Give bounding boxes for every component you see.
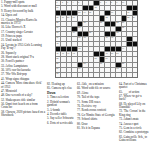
grid-cell: 9 <box>116 1 120 5</box>
across-clues-column-1: 1. Puppy-mill spots5. Word with discount… <box>1 1 45 118</box>
crossword-grid: 1234567891011121314151617181920212223242… <box>55 0 138 78</box>
clue-item: 73. Adam's mate <box>119 118 149 121</box>
black-cell <box>133 11 137 15</box>
cell-number: 1 <box>56 1 57 3</box>
down-clues: 1. Times selection2. Hybrid woman's garm… <box>47 96 74 125</box>
grid-cell: 50 <box>111 52 115 56</box>
clue-item: 15. Classics Monica Kartvelis marries in… <box>1 19 45 26</box>
grid-cell <box>83 1 87 5</box>
cell-number: 52 <box>56 57 58 59</box>
grid-cell <box>127 47 131 51</box>
clue-item: 24. Locata in 1955 Girls Learning Pay 'B… <box>1 44 45 51</box>
cell-number: 53 <box>94 57 96 59</box>
black-cell <box>61 11 65 15</box>
grid-cell <box>61 73 65 77</box>
grid-cell <box>67 73 71 77</box>
grid-cell: 47 <box>67 52 71 56</box>
grid-cell <box>111 16 115 20</box>
grid-cell <box>89 22 93 26</box>
cell-number: 11 <box>56 6 58 8</box>
grid-cell <box>89 16 93 20</box>
cell-number: 35 <box>89 31 91 33</box>
grid-cell: 37 <box>56 37 60 41</box>
grid-cell <box>94 68 98 72</box>
grid-cell <box>127 22 131 26</box>
grid-cell <box>122 32 126 36</box>
grid-cell: 48 <box>72 52 76 56</box>
grid-cell: 53 <box>94 57 98 61</box>
black-cell <box>105 11 109 15</box>
grid-cell <box>127 68 131 72</box>
grid-cell <box>94 37 98 41</box>
cell-number: 32 <box>122 26 124 28</box>
grid-cell <box>133 1 137 5</box>
grid-cell <box>67 22 71 26</box>
black-cell <box>100 52 104 56</box>
grid-cell: 41 <box>111 37 115 41</box>
cell-number: 26 <box>84 21 86 23</box>
grid-cell <box>67 68 71 72</box>
black-cell <box>89 6 93 10</box>
clue-item: 56. Omri foot beach on a from Costa Inc <box>1 103 45 110</box>
grid-cell: 40 <box>105 37 109 41</box>
grid-cell <box>116 37 120 41</box>
cell-number: 46 <box>62 52 64 54</box>
black-cell <box>111 47 115 51</box>
grid-cell: 45 <box>56 52 60 56</box>
grid-cell: 15 <box>89 11 93 15</box>
cell-number: 19 <box>62 16 64 18</box>
black-cell <box>67 47 71 51</box>
grid-cell <box>78 16 82 20</box>
grid-cell <box>83 68 87 72</box>
cell-number: 22 <box>105 16 107 18</box>
black-cell <box>116 27 120 31</box>
grid-cell <box>67 57 71 61</box>
grid-cell: 1 <box>56 1 60 5</box>
black-cell <box>116 47 120 51</box>
cell-number: 39 <box>84 36 86 38</box>
grid-cell: 31 <box>78 27 82 31</box>
grid-cell <box>133 63 137 67</box>
grid-cell: 61 <box>116 68 120 72</box>
grid-cell <box>133 27 137 31</box>
grid-cell <box>116 6 120 10</box>
grid-cell <box>111 63 115 67</box>
clue-item: 72. 'The Crown' in the King ring <box>119 110 149 117</box>
grid-cell <box>105 42 109 46</box>
grid-cell <box>89 1 93 5</box>
grid-cell <box>61 57 65 61</box>
grid-cell <box>72 37 76 41</box>
grid-cell <box>72 6 76 10</box>
grid-cell <box>111 57 115 61</box>
clue-item: 79. School shirts <box>77 118 117 121</box>
clues-column-3: 63. Able, on a mission66. Word with file… <box>77 83 117 131</box>
grid-cell <box>67 37 71 41</box>
grid-cell <box>72 57 76 61</box>
cell-number: 9 <box>116 1 117 3</box>
cell-number: 21 <box>73 16 75 18</box>
grid-cell <box>89 47 93 51</box>
cell-number: 56 <box>84 62 86 64</box>
grid-cell: 20 <box>67 16 71 20</box>
grid-cell <box>61 68 65 72</box>
grid-cell <box>116 42 120 46</box>
grid-cell <box>105 73 109 77</box>
grid-cell <box>78 42 82 46</box>
grid-cell <box>72 68 76 72</box>
grid-cell: 62 <box>56 73 60 77</box>
grid-cell: 6 <box>100 1 104 5</box>
cell-number: 42 <box>56 42 58 44</box>
black-cell <box>78 63 82 67</box>
cell-number: 10 <box>122 1 124 3</box>
grid-cell <box>83 52 87 56</box>
cell-number: 14 <box>84 11 86 13</box>
black-cell <box>133 42 137 46</box>
grid-cell: 12 <box>94 6 98 10</box>
grid-cell: 44 <box>122 47 126 51</box>
black-cell <box>105 47 109 51</box>
cell-number: 34 <box>73 31 75 33</box>
black-cell <box>72 47 76 51</box>
cell-number: 49 <box>105 52 107 54</box>
grid-cell <box>127 57 131 61</box>
grid-cell: 55 <box>56 63 60 67</box>
grid-cell: 8 <box>111 1 115 5</box>
grid-cell: 60 <box>78 68 82 72</box>
grid-cell <box>89 57 93 61</box>
clue-item: 2. Hybrid woman's garment <box>47 101 74 108</box>
grid-cell <box>94 16 98 20</box>
grid-cell <box>111 42 115 46</box>
cell-number: 7 <box>105 1 106 3</box>
cell-number: 61 <box>116 67 118 69</box>
cell-number: 47 <box>67 52 69 54</box>
grid-cell <box>89 63 93 67</box>
grid-cell <box>61 6 65 10</box>
grid-cell <box>89 27 93 31</box>
cell-number: 45 <box>56 52 58 54</box>
cell-number: 5 <box>78 1 79 3</box>
grid-cell: 32 <box>122 27 126 31</box>
grid-cell <box>78 6 82 10</box>
grid-cell <box>83 73 87 77</box>
cell-number: 40 <box>105 36 107 38</box>
grid-cell <box>94 42 98 46</box>
grid-cell <box>111 6 115 10</box>
clue-item: 14. Open end <box>1 14 45 17</box>
grid-cell <box>100 6 104 10</box>
clues-column-4: 64. Part of a Christmas quartet65. ___ o… <box>119 83 149 143</box>
cell-number: 44 <box>122 47 124 49</box>
cell-number: 51 <box>116 52 118 54</box>
clue-item: 85. Camera op's clue <box>47 87 74 90</box>
black-cell <box>127 42 131 46</box>
grid-cell <box>67 63 71 67</box>
cell-number: 62 <box>56 72 58 74</box>
grid-cell: 39 <box>83 37 87 41</box>
grid-cell: 38 <box>78 37 82 41</box>
black-cell <box>83 6 87 10</box>
crossword-page: { "game": "crossword", "grid": { "rows":… <box>0 0 150 150</box>
grid-cell: 43 <box>78 47 82 51</box>
grid-cell <box>89 73 93 77</box>
clue-item: 67. Where-to get-a back? <box>119 95 149 102</box>
grid-cell: 42 <box>56 42 60 46</box>
cell-number: 3 <box>67 1 68 3</box>
cell-number: 31 <box>78 26 80 28</box>
grid-cell <box>89 42 93 46</box>
grid-cell: 23 <box>127 16 131 20</box>
cell-number: 2 <box>62 1 63 3</box>
grid-cell: 13 <box>78 11 82 15</box>
black-cell <box>122 16 126 20</box>
clue-item: 64. Part of a Christmas quartet <box>119 83 149 90</box>
cell-number: 15 <box>89 11 91 13</box>
grid-cell <box>133 52 137 56</box>
grid-cell <box>83 47 87 51</box>
grid-cell: 49 <box>105 52 109 56</box>
grid-cell <box>127 27 131 31</box>
grid-cell <box>61 37 65 41</box>
grid-cell <box>78 52 82 56</box>
grid-cell <box>133 22 137 26</box>
grid-cell: 18 <box>56 16 60 20</box>
black-cell <box>78 22 82 26</box>
grid-cell <box>122 11 126 15</box>
grid-cell: 25 <box>56 22 60 26</box>
grid-cell: 3 <box>67 1 71 5</box>
black-cell <box>72 11 76 15</box>
grid-cell <box>94 11 98 15</box>
grid-cell <box>94 32 98 36</box>
grid-cell <box>100 37 104 41</box>
grid-cell: 36 <box>116 32 120 36</box>
grid-cell: 22 <box>105 16 109 20</box>
grid-cell <box>111 27 115 31</box>
grid-cell: 17 <box>127 11 131 15</box>
grid-cell: 58 <box>122 63 126 67</box>
grid-cell <box>72 73 76 77</box>
cell-number: 37 <box>56 36 58 38</box>
black-cell <box>105 22 109 26</box>
grid-cell: 56 <box>83 63 87 67</box>
cell-number: 23 <box>127 16 129 18</box>
grid-cell <box>122 37 126 41</box>
cell-number: 4 <box>73 1 74 3</box>
black-cell <box>78 32 82 36</box>
grid-cell: 28 <box>116 22 120 26</box>
black-cell <box>116 63 120 67</box>
grid-cell <box>61 27 65 31</box>
clues-column-2: 82. Heating up85. Camera op's clue Down … <box>47 83 74 126</box>
grid-cell <box>127 52 131 56</box>
grid-cell <box>67 32 71 36</box>
black-cell <box>111 32 115 36</box>
black-cell <box>94 1 98 5</box>
clue-item: 81. It's it in Espana <box>77 127 117 130</box>
grid-cell <box>100 47 104 51</box>
cell-number: 54 <box>105 57 107 59</box>
grid-cell <box>122 57 126 61</box>
grid-cell: 16 <box>111 11 115 15</box>
grid-cell <box>83 42 87 46</box>
grid-cell <box>133 37 137 41</box>
grid-cell: 59 <box>56 68 60 72</box>
grid-cell: 5 <box>78 1 82 5</box>
grid-cell: 26 <box>83 22 87 26</box>
grid-cell: 4 <box>72 1 76 5</box>
grid-cell <box>61 63 65 67</box>
black-cell <box>83 32 87 36</box>
grid-cell: 29 <box>122 22 126 26</box>
grid-cell <box>83 16 87 20</box>
black-cell <box>127 6 131 10</box>
grid-cell <box>122 73 126 77</box>
cell-number: 50 <box>111 52 113 54</box>
cell-number: 12 <box>94 6 96 8</box>
grid-cell <box>100 42 104 46</box>
clue-item: 70. Tail of the tape <box>77 96 117 99</box>
clue-item: 83. Gainesville Sch., to Gainesvillians <box>119 136 149 143</box>
grid-cell <box>105 68 109 72</box>
clue-item: 58. Chowra, 2020 picture based on a Show… <box>1 111 45 118</box>
grid-cell <box>89 52 93 56</box>
clue-item: 44. Camera 'More timeshare flick' of 195… <box>1 82 45 89</box>
cell-number: 57 <box>100 62 102 64</box>
cell-number: 17 <box>127 11 129 13</box>
cell-number: 38 <box>78 36 80 38</box>
grid-cell: 33 <box>56 32 60 36</box>
grid-cell <box>61 32 65 36</box>
black-cell <box>61 47 65 51</box>
cell-number: 27 <box>100 21 102 23</box>
black-cell <box>111 22 115 26</box>
black-cell <box>100 16 104 20</box>
grid-cell <box>116 57 120 61</box>
grid-cell <box>133 57 137 61</box>
grid-cell <box>127 1 131 5</box>
cell-number: 8 <box>111 1 112 3</box>
grid-cell <box>133 47 137 51</box>
grid-cell: 21 <box>72 16 76 20</box>
grid-cell <box>61 42 65 46</box>
grid-cell <box>122 68 126 72</box>
grid-cell: 34 <box>72 32 76 36</box>
grid-cell <box>105 27 109 31</box>
grid-cell <box>122 52 126 56</box>
black-cell <box>72 27 76 31</box>
cell-number: 6 <box>100 1 101 3</box>
grid-cell <box>111 73 115 77</box>
grid-cell: 35 <box>89 32 93 36</box>
grid-cell: 30 <box>56 27 60 31</box>
grid-cell <box>61 22 65 26</box>
black-cell <box>94 52 98 56</box>
grid-cell <box>94 27 98 31</box>
grid-cell <box>83 57 87 61</box>
cell-number: 41 <box>111 36 113 38</box>
grid-cell: 57 <box>100 63 104 67</box>
grid-cell <box>127 32 131 36</box>
grid-cell <box>116 16 120 20</box>
grid-cell <box>72 42 76 46</box>
cell-number: 28 <box>116 21 118 23</box>
grid-cell: 51 <box>116 52 120 56</box>
grid-cell <box>78 73 82 77</box>
grid-cell <box>100 11 104 15</box>
grid-cell <box>83 27 87 31</box>
grid-cell <box>100 73 104 77</box>
cell-number: 60 <box>78 67 80 69</box>
cell-number: 36 <box>116 31 118 33</box>
grid-cell <box>127 63 131 67</box>
black-cell <box>105 32 109 36</box>
grid-cell: 52 <box>56 57 60 61</box>
grid-cell <box>122 42 126 46</box>
grid-cell <box>105 6 109 10</box>
grid-cell <box>133 68 137 72</box>
grid-cell: 24 <box>133 16 137 20</box>
cell-number: 59 <box>56 67 58 69</box>
grid-cell <box>89 37 93 41</box>
grid-cell <box>122 6 126 10</box>
grid-cell <box>72 63 76 67</box>
grid-cell <box>67 27 71 31</box>
black-cell <box>133 6 137 10</box>
grid-cell <box>78 57 82 61</box>
clue-item: 6. Dots of serviceable <box>47 122 74 125</box>
grid-cell <box>67 42 71 46</box>
grid-cell: 10 <box>122 1 126 5</box>
cell-number: 30 <box>56 26 58 28</box>
grid-cell <box>116 11 120 15</box>
grid-cell <box>100 27 104 31</box>
cell-number: 55 <box>56 62 58 64</box>
grid-cell <box>127 73 131 77</box>
grid-cell: 19 <box>61 16 65 20</box>
cell-number: 20 <box>67 16 69 18</box>
cell-number: 25 <box>56 21 58 23</box>
grid-cell: 11 <box>56 6 60 10</box>
cell-number: 33 <box>56 31 58 33</box>
grid-cell <box>94 22 98 26</box>
grid-cell <box>67 6 71 10</box>
grid-cell: 27 <box>100 22 104 26</box>
grid-cell <box>133 73 137 77</box>
grid-cell <box>100 32 104 36</box>
grid-cell <box>116 73 120 77</box>
cell-number: 43 <box>78 47 80 49</box>
cell-number: 16 <box>111 11 113 13</box>
cell-number: 18 <box>56 16 58 18</box>
black-cell <box>127 37 131 41</box>
grid-cell: 14 <box>83 11 87 15</box>
grid-cell <box>94 73 98 77</box>
grid-cell <box>94 63 98 67</box>
grid-cell <box>100 68 104 72</box>
grid-cell <box>111 68 115 72</box>
grid-cell <box>105 63 109 67</box>
cell-number: 13 <box>78 11 80 13</box>
cell-number: 48 <box>73 52 75 54</box>
clue-item: 68. He played Lily on Hannibal <box>119 103 149 110</box>
grid-cell: 7 <box>105 1 109 5</box>
grid-cell <box>89 68 93 72</box>
black-cell <box>67 11 71 15</box>
